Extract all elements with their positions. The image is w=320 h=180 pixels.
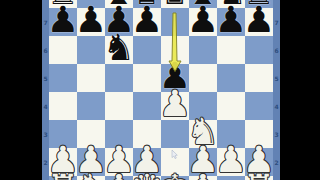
square-g4[interactable] bbox=[217, 92, 245, 120]
square-a7[interactable]: ♟ bbox=[49, 8, 77, 36]
square-h6[interactable] bbox=[245, 36, 273, 64]
square-h5[interactable] bbox=[245, 64, 273, 92]
square-a6[interactable] bbox=[49, 36, 77, 64]
rank-label-6: 6 bbox=[42, 36, 49, 64]
square-h7[interactable]: ♟ bbox=[245, 8, 273, 36]
square-b1[interactable]: ♞ bbox=[77, 176, 105, 180]
square-d1[interactable]: ♛ bbox=[133, 176, 161, 180]
square-b4[interactable] bbox=[77, 92, 105, 120]
rank-label-6: 6 bbox=[273, 36, 280, 64]
square-e1[interactable]: ♚ bbox=[161, 176, 189, 180]
square-e3[interactable] bbox=[161, 120, 189, 148]
piece-black-knight-c6[interactable]: ♞ bbox=[103, 34, 135, 62]
square-e8[interactable]: ♚ bbox=[161, 0, 189, 8]
square-h1[interactable]: ♜ bbox=[245, 176, 273, 180]
square-d4[interactable] bbox=[133, 92, 161, 120]
square-a1[interactable]: ♜ bbox=[49, 176, 77, 180]
square-f1[interactable]: ♝ bbox=[189, 176, 217, 180]
chess-board: 87654321 ♜♝♛♚♝♞♜♟♟♟♟♟♟♟♞♟♟♞♟♟♟♟♟♟♟♜♞♝♛♚♝… bbox=[42, 0, 280, 180]
video-frame: 87654321 ♜♝♛♚♝♞♜♟♟♟♟♟♟♟♞♟♟♞♟♟♟♟♟♟♟♜♞♝♛♚♝… bbox=[0, 0, 320, 180]
square-g2[interactable]: ♟ bbox=[217, 148, 245, 176]
rank-label-5: 5 bbox=[273, 64, 280, 92]
square-g6[interactable] bbox=[217, 36, 245, 64]
piece-white-bishop-f1[interactable]: ♝ bbox=[187, 174, 219, 180]
square-e4[interactable]: ♟ bbox=[161, 92, 189, 120]
piece-black-pawn-h7[interactable]: ♟ bbox=[243, 6, 275, 34]
square-d7[interactable]: ♟ bbox=[133, 8, 161, 36]
square-d6[interactable] bbox=[133, 36, 161, 64]
rank-label-5: 5 bbox=[42, 64, 49, 92]
square-f6[interactable] bbox=[189, 36, 217, 64]
square-f7[interactable]: ♟ bbox=[189, 8, 217, 36]
square-b5[interactable] bbox=[77, 64, 105, 92]
square-a5[interactable] bbox=[49, 64, 77, 92]
piece-white-rook-h1[interactable]: ♜ bbox=[243, 174, 275, 180]
square-d5[interactable] bbox=[133, 64, 161, 92]
square-g7[interactable]: ♟ bbox=[217, 8, 245, 36]
square-e7[interactable] bbox=[161, 8, 189, 36]
rank-label-4: 4 bbox=[273, 92, 280, 120]
square-c1[interactable]: ♝ bbox=[105, 176, 133, 180]
square-h4[interactable] bbox=[245, 92, 273, 120]
square-c5[interactable] bbox=[105, 64, 133, 92]
square-c6[interactable]: ♞ bbox=[105, 36, 133, 64]
piece-black-pawn-d7[interactable]: ♟ bbox=[131, 6, 163, 34]
square-c4[interactable] bbox=[105, 92, 133, 120]
board-squares: ♜♝♛♚♝♞♜♟♟♟♟♟♟♟♞♟♟♞♟♟♟♟♟♟♟♜♞♝♛♚♝♜ bbox=[49, 0, 273, 180]
rank-label-4: 4 bbox=[42, 92, 49, 120]
square-b7[interactable]: ♟ bbox=[77, 8, 105, 36]
square-a4[interactable] bbox=[49, 92, 77, 120]
square-f5[interactable] bbox=[189, 64, 217, 92]
square-b6[interactable] bbox=[77, 36, 105, 64]
square-g5[interactable] bbox=[217, 64, 245, 92]
